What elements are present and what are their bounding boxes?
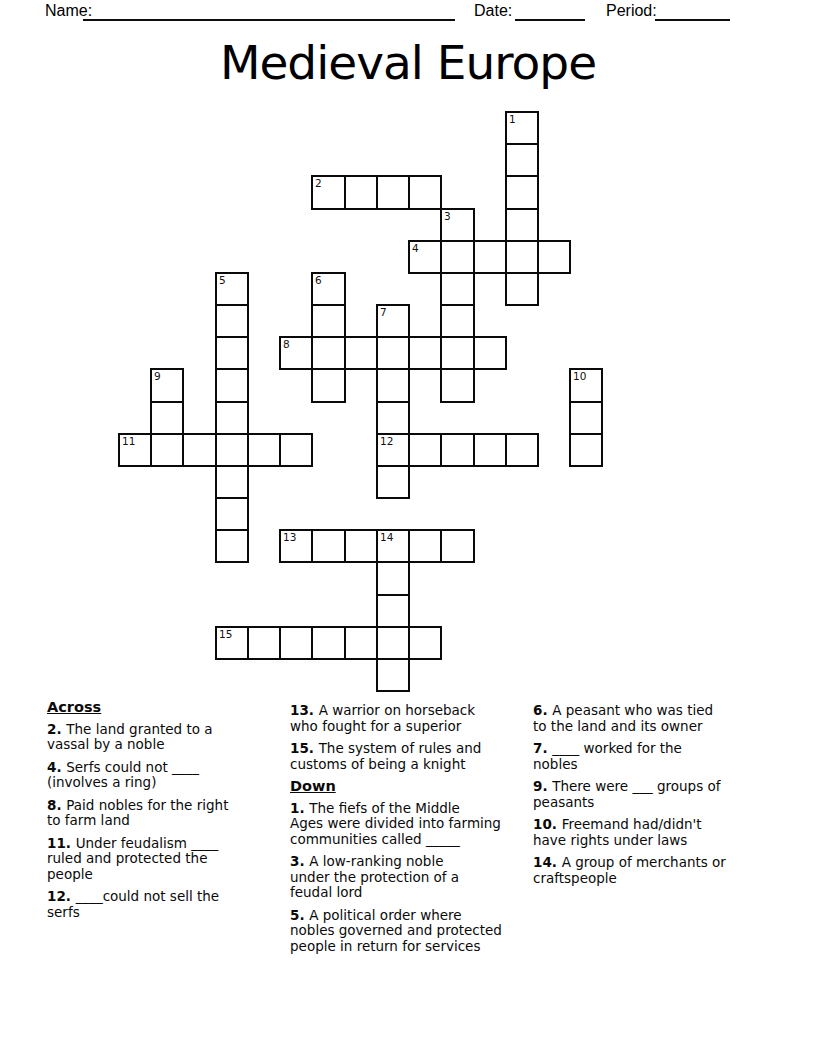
clue-text-line: peasants xyxy=(533,795,783,811)
grid-cell-r8c14[interactable]: 10 xyxy=(569,368,603,403)
cell-number-5: 5 xyxy=(219,274,226,286)
clue-item-13: 13. A warrior on horsebackwho fought for… xyxy=(290,703,540,734)
clues-heading-down: Down xyxy=(290,779,540,795)
grid-cell-r7c10[interactable] xyxy=(440,336,475,370)
clue-text-line: customs of being a knight xyxy=(290,757,540,773)
clue-number: 2. xyxy=(47,721,66,737)
grid-cell-r14c8[interactable] xyxy=(376,561,410,596)
clue-item-1: 1. The fiefs of the MiddleAges were divi… xyxy=(290,801,540,848)
grid-cell-r2c7[interactable] xyxy=(344,175,378,210)
grid-cell-r9c1[interactable] xyxy=(150,401,184,435)
grid-cell-r2c6[interactable]: 2 xyxy=(311,175,346,210)
grid-cell-r1c12[interactable] xyxy=(505,143,539,177)
clue-text-line: 15. The system of rules and xyxy=(290,741,540,757)
grid-cell-r8c6[interactable] xyxy=(311,368,346,403)
clue-number: 4. xyxy=(47,759,66,775)
grid-cell-r2c12[interactable] xyxy=(505,175,539,210)
clue-text-line: 12. ____could not sell the xyxy=(47,889,297,905)
clue-text-line: 13. A warrior on horseback xyxy=(290,703,540,719)
cell-number-6: 6 xyxy=(315,274,322,286)
clue-text-line: under the protection of a xyxy=(290,870,540,886)
grid-cell-r10c0[interactable]: 11 xyxy=(118,433,152,467)
grid-cell-r16c8[interactable] xyxy=(376,626,410,660)
grid-cell-r16c3[interactable]: 15 xyxy=(215,626,249,660)
grid-cell-r7c9[interactable] xyxy=(408,336,442,370)
cell-number-8: 8 xyxy=(283,338,290,350)
clue-text-line: 10. Freemand had/didn't xyxy=(533,817,783,833)
grid-cell-r10c12[interactable] xyxy=(505,433,539,467)
grid-cell-r13c8[interactable]: 14 xyxy=(376,529,410,563)
cell-number-11: 11 xyxy=(122,435,135,447)
clue-text-line: to the land and its owner xyxy=(533,719,783,735)
clue-item-3: 3. A low-ranking nobleunder the protecti… xyxy=(290,854,540,901)
grid-cell-r5c3[interactable]: 5 xyxy=(215,272,249,306)
grid-cell-r2c9[interactable] xyxy=(408,175,442,210)
clue-text-line: 1. The fiefs of the Middle xyxy=(290,801,540,817)
clue-item-14: 14. A group of merchants orcraftspeople xyxy=(533,855,783,886)
grid-cell-r8c3[interactable] xyxy=(215,368,249,403)
clue-text-line: 2. The land granted to a xyxy=(47,722,297,738)
grid-cell-r7c11[interactable] xyxy=(473,336,507,370)
grid-cell-r11c8[interactable] xyxy=(376,465,410,499)
clues-heading-across: Across xyxy=(47,700,297,716)
clue-number: 3. xyxy=(290,853,309,869)
clue-text-line: feudal lord xyxy=(290,885,540,901)
clue-item-10: 10. Freemand had/didn'thave rights under… xyxy=(533,817,783,848)
cell-number-3: 3 xyxy=(444,210,451,222)
grid-cell-r4c12[interactable] xyxy=(505,240,539,274)
grid-cell-r16c9[interactable] xyxy=(408,626,442,660)
grid-cell-r10c5[interactable] xyxy=(279,433,313,467)
clue-text-line: people xyxy=(47,867,297,883)
grid-cell-r16c5[interactable] xyxy=(279,626,313,660)
grid-cell-r4c11[interactable] xyxy=(473,240,507,274)
grid-cell-r11c3[interactable] xyxy=(215,465,249,499)
cell-number-12: 12 xyxy=(380,435,393,447)
clue-text-line: 8. Paid nobles for the right xyxy=(47,798,297,814)
grid-cell-r4c10[interactable] xyxy=(440,240,475,274)
grid-cell-r13c9[interactable] xyxy=(408,529,442,563)
cell-number-1: 1 xyxy=(509,113,516,125)
grid-cell-r16c6[interactable] xyxy=(311,626,346,660)
grid-cell-r16c7[interactable] xyxy=(344,626,378,660)
grid-cell-r0c12[interactable]: 1 xyxy=(505,111,539,145)
clue-text-line: craftspeople xyxy=(533,871,783,887)
grid-cell-r7c8[interactable] xyxy=(376,336,410,370)
clue-number: 5. xyxy=(290,907,309,923)
clue-item-7: 7. ____ worked for thenobles xyxy=(533,741,783,772)
clue-text-line: 14. A group of merchants or xyxy=(533,855,783,871)
clue-text-line: have rights under laws xyxy=(533,833,783,849)
grid-cell-r12c3[interactable] xyxy=(215,497,249,531)
clue-number: 11. xyxy=(47,835,76,851)
clue-item-2: 2. The land granted to avassal by a nobl… xyxy=(47,722,297,753)
clue-item-11: 11. Under feudalism ____ruled and protec… xyxy=(47,836,297,883)
clue-number: 15. xyxy=(290,740,319,756)
clue-number: 10. xyxy=(533,816,562,832)
grid-cell-r5c6[interactable]: 6 xyxy=(311,272,346,306)
clue-text-line: 6. A peasant who was tied xyxy=(533,703,783,719)
clue-text-line: 9. There were ___ groups of xyxy=(533,779,783,795)
clue-text-line: 7. ____ worked for the xyxy=(533,741,783,757)
grid-cell-r13c7[interactable] xyxy=(344,529,378,563)
clue-column-down: 6. A peasant who was tiedto the land and… xyxy=(533,703,783,893)
grid-cell-r10c9[interactable] xyxy=(408,433,442,467)
clue-item-9: 9. There were ___ groups ofpeasants xyxy=(533,779,783,810)
grid-cell-r8c10[interactable] xyxy=(440,368,475,403)
grid-cell-r10c2[interactable] xyxy=(182,433,217,467)
grid-cell-r3c10[interactable]: 3 xyxy=(440,208,475,242)
clue-item-6: 6. A peasant who was tiedto the land and… xyxy=(533,703,783,734)
clue-number: 6. xyxy=(533,702,552,718)
grid-cell-r10c8[interactable]: 12 xyxy=(376,433,410,467)
grid-cell-r8c1[interactable]: 9 xyxy=(150,368,184,403)
grid-cell-r13c10[interactable] xyxy=(440,529,475,563)
clue-number: 13. xyxy=(290,702,319,718)
clue-text-line: 4. Serfs could not ____ xyxy=(47,760,297,776)
clue-text-line: to farm land xyxy=(47,813,297,829)
grid-cell-r13c5[interactable]: 13 xyxy=(279,529,313,563)
cell-number-13: 13 xyxy=(283,531,296,543)
clue-item-12: 12. ____could not sell theserfs xyxy=(47,889,297,920)
grid-cell-r4c13[interactable] xyxy=(537,240,571,274)
clue-text-line: serfs xyxy=(47,905,297,921)
grid-cell-r4c9[interactable]: 4 xyxy=(408,240,442,274)
clue-number: 14. xyxy=(533,854,562,870)
grid-cell-r3c12[interactable] xyxy=(505,208,539,242)
clue-text-line: who fought for a superior xyxy=(290,719,540,735)
grid-cell-r10c11[interactable] xyxy=(473,433,507,467)
cell-number-14: 14 xyxy=(380,531,393,543)
cell-number-9: 9 xyxy=(154,370,161,382)
grid-cell-r10c14[interactable] xyxy=(569,433,603,467)
grid-cell-r9c3[interactable] xyxy=(215,401,249,435)
grid-cell-r10c1[interactable] xyxy=(150,433,184,467)
grid-cell-r6c8[interactable]: 7 xyxy=(376,304,410,338)
grid-cell-r2c8[interactable] xyxy=(376,175,410,210)
grid-cell-r7c5[interactable]: 8 xyxy=(279,336,313,370)
grid-cell-r10c4[interactable] xyxy=(247,433,281,467)
grid-cell-r6c3[interactable] xyxy=(215,304,249,338)
clue-number: 12. xyxy=(47,888,76,904)
grid-cell-r9c14[interactable] xyxy=(569,401,603,435)
clue-text-line: communities called _____ xyxy=(290,832,540,848)
cell-number-7: 7 xyxy=(380,306,387,318)
clue-text-line: nobles governed and protected xyxy=(290,923,540,939)
grid-cell-r8c8[interactable] xyxy=(376,368,410,403)
grid-cell-r10c10[interactable] xyxy=(440,433,475,467)
clue-text-line: people in return for services xyxy=(290,939,540,955)
grid-cell-r13c3[interactable] xyxy=(215,529,249,563)
clue-text-line: 3. A low-ranking noble xyxy=(290,854,540,870)
grid-cell-r13c6[interactable] xyxy=(311,529,346,563)
grid-cell-r5c10[interactable] xyxy=(440,272,475,306)
clue-number: 9. xyxy=(533,778,552,794)
clue-column-across: Across2. The land granted to avassal by … xyxy=(47,700,297,927)
grid-cell-r5c12[interactable] xyxy=(505,272,539,306)
grid-cell-r7c7[interactable] xyxy=(344,336,378,370)
clue-number: 8. xyxy=(47,797,66,813)
clue-text-line: (involves a ring) xyxy=(47,775,297,791)
clue-item-8: 8. Paid nobles for the rightto farm land xyxy=(47,798,297,829)
grid-cell-r6c6[interactable] xyxy=(311,304,346,338)
clue-column-middle: 13. A warrior on horsebackwho fought for… xyxy=(290,703,540,961)
clue-text-line: ruled and protected the xyxy=(47,851,297,867)
clue-number: 1. xyxy=(290,800,309,816)
clue-number: 7. xyxy=(533,740,552,756)
grid-cell-r6c10[interactable] xyxy=(440,304,475,338)
clue-text-line: Ages were divided into farming xyxy=(290,816,540,832)
grid-cell-r7c3[interactable] xyxy=(215,336,249,370)
clue-text-line: nobles xyxy=(533,757,783,773)
grid-cell-r17c8[interactable] xyxy=(376,658,410,692)
grid-cell-r9c8[interactable] xyxy=(376,401,410,435)
clue-text-line: 5. A political order where xyxy=(290,908,540,924)
cell-number-2: 2 xyxy=(315,177,322,189)
clue-item-4: 4. Serfs could not ____(involves a ring) xyxy=(47,760,297,791)
grid-cell-r16c4[interactable] xyxy=(247,626,281,660)
cell-number-10: 10 xyxy=(573,370,586,382)
clue-item-15: 15. The system of rules andcustoms of be… xyxy=(290,741,540,772)
cell-number-15: 15 xyxy=(219,628,232,640)
grid-cell-r7c6[interactable] xyxy=(311,336,346,370)
grid-cell-r15c8[interactable] xyxy=(376,594,410,628)
clue-text-line: vassal by a noble xyxy=(47,737,297,753)
grid-cell-r10c3[interactable] xyxy=(215,433,249,467)
clue-item-5: 5. A political order wherenobles governe… xyxy=(290,908,540,955)
cell-number-4: 4 xyxy=(412,242,419,254)
clue-text-line: 11. Under feudalism ____ xyxy=(47,836,297,852)
